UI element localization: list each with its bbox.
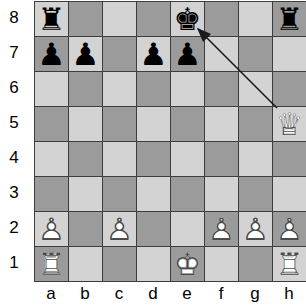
square-b8[interactable] <box>69 2 102 36</box>
file-label-g: g <box>238 281 272 306</box>
rank-label-7: 7 <box>0 36 28 71</box>
square-c2[interactable]: ♟♙ <box>103 212 136 246</box>
rank-label-1: 1 <box>0 245 28 280</box>
rank-label-3: 3 <box>0 175 28 210</box>
rank-label-8: 8 <box>0 1 28 36</box>
square-f7[interactable] <box>205 37 238 71</box>
square-c6[interactable] <box>103 72 136 106</box>
square-e4[interactable] <box>171 142 204 176</box>
square-c8[interactable] <box>103 2 136 36</box>
white-pawn: ♟♙ <box>35 212 68 246</box>
black-pawn: ♟ <box>171 37 204 71</box>
square-b5[interactable] <box>69 107 102 141</box>
square-f6[interactable] <box>205 72 238 106</box>
square-e6[interactable] <box>171 72 204 106</box>
square-a7[interactable]: ♟ <box>35 37 68 71</box>
white-pawn: ♟♙ <box>239 212 272 246</box>
square-f1[interactable] <box>205 247 238 281</box>
square-g2[interactable]: ♟♙ <box>239 212 272 246</box>
square-h5[interactable]: ♛♕ <box>273 107 306 141</box>
square-d6[interactable] <box>137 72 170 106</box>
square-g6[interactable] <box>239 72 272 106</box>
square-f8[interactable] <box>205 2 238 36</box>
square-h7[interactable] <box>273 37 306 71</box>
square-c5[interactable] <box>103 107 136 141</box>
white-pawn: ♟♙ <box>205 212 238 246</box>
rank-label-5: 5 <box>0 106 28 141</box>
file-label-b: b <box>68 281 102 306</box>
square-e8[interactable]: ♚ <box>171 2 204 36</box>
square-b6[interactable] <box>69 72 102 106</box>
white-pawn: ♟♙ <box>103 212 136 246</box>
black-pawn: ♟ <box>69 37 102 71</box>
chess-board: ♜♚♜♟♟♟♟♛♕♟♙♟♙♟♙♟♙♟♙♜♖♚♔♜♖ <box>34 1 306 282</box>
white-rook: ♜♖ <box>273 247 306 281</box>
square-a6[interactable] <box>35 72 68 106</box>
rank-label-6: 6 <box>0 71 28 106</box>
square-b4[interactable] <box>69 142 102 176</box>
square-f5[interactable] <box>205 107 238 141</box>
square-f4[interactable] <box>205 142 238 176</box>
square-d2[interactable] <box>137 212 170 246</box>
file-label-h: h <box>272 281 306 306</box>
square-d8[interactable] <box>137 2 170 36</box>
chess-diagram: 87654321 ♜♚♜♟♟♟♟♛♕♟♙♟♙♟♙♟♙♟♙♜♖♚♔♜♖ abcde… <box>0 0 306 306</box>
square-c4[interactable] <box>103 142 136 176</box>
square-d7[interactable]: ♟ <box>137 37 170 71</box>
square-a4[interactable] <box>35 142 68 176</box>
square-d1[interactable] <box>137 247 170 281</box>
white-queen: ♛♕ <box>273 107 306 141</box>
black-king: ♚ <box>171 2 204 36</box>
square-g8[interactable] <box>239 2 272 36</box>
square-e7[interactable]: ♟ <box>171 37 204 71</box>
square-h3[interactable] <box>273 177 306 211</box>
square-h6[interactable] <box>273 72 306 106</box>
square-f3[interactable] <box>205 177 238 211</box>
white-rook: ♜♖ <box>35 247 68 281</box>
square-d5[interactable] <box>137 107 170 141</box>
square-b7[interactable]: ♟ <box>69 37 102 71</box>
square-h8[interactable]: ♜ <box>273 2 306 36</box>
square-a1[interactable]: ♜♖ <box>35 247 68 281</box>
file-label-e: e <box>170 281 204 306</box>
square-c1[interactable] <box>103 247 136 281</box>
square-g4[interactable] <box>239 142 272 176</box>
square-e1[interactable]: ♚♔ <box>171 247 204 281</box>
square-g3[interactable] <box>239 177 272 211</box>
square-h4[interactable] <box>273 142 306 176</box>
square-f2[interactable]: ♟♙ <box>205 212 238 246</box>
square-a8[interactable]: ♜ <box>35 2 68 36</box>
file-labels: abcdefgh <box>34 281 306 306</box>
square-b3[interactable] <box>69 177 102 211</box>
black-rook: ♜ <box>273 2 306 36</box>
square-c7[interactable] <box>103 37 136 71</box>
square-b2[interactable] <box>69 212 102 246</box>
black-rook: ♜ <box>35 2 68 36</box>
rank-label-4: 4 <box>0 141 28 176</box>
square-e5[interactable] <box>171 107 204 141</box>
file-label-d: d <box>136 281 170 306</box>
square-d4[interactable] <box>137 142 170 176</box>
rank-labels: 87654321 <box>0 1 28 280</box>
square-e3[interactable] <box>171 177 204 211</box>
file-label-f: f <box>204 281 238 306</box>
square-g5[interactable] <box>239 107 272 141</box>
square-b1[interactable] <box>69 247 102 281</box>
square-h2[interactable]: ♟♙ <box>273 212 306 246</box>
square-a2[interactable]: ♟♙ <box>35 212 68 246</box>
black-pawn: ♟ <box>137 37 170 71</box>
square-a3[interactable] <box>35 177 68 211</box>
white-king: ♚♔ <box>171 247 204 281</box>
square-g7[interactable] <box>239 37 272 71</box>
square-d3[interactable] <box>137 177 170 211</box>
square-e2[interactable] <box>171 212 204 246</box>
rank-label-2: 2 <box>0 210 28 245</box>
file-label-c: c <box>102 281 136 306</box>
square-c3[interactable] <box>103 177 136 211</box>
square-g1[interactable] <box>239 247 272 281</box>
file-label-a: a <box>34 281 68 306</box>
black-pawn: ♟ <box>35 37 68 71</box>
square-a5[interactable] <box>35 107 68 141</box>
square-h1[interactable]: ♜♖ <box>273 247 306 281</box>
white-pawn: ♟♙ <box>273 212 306 246</box>
